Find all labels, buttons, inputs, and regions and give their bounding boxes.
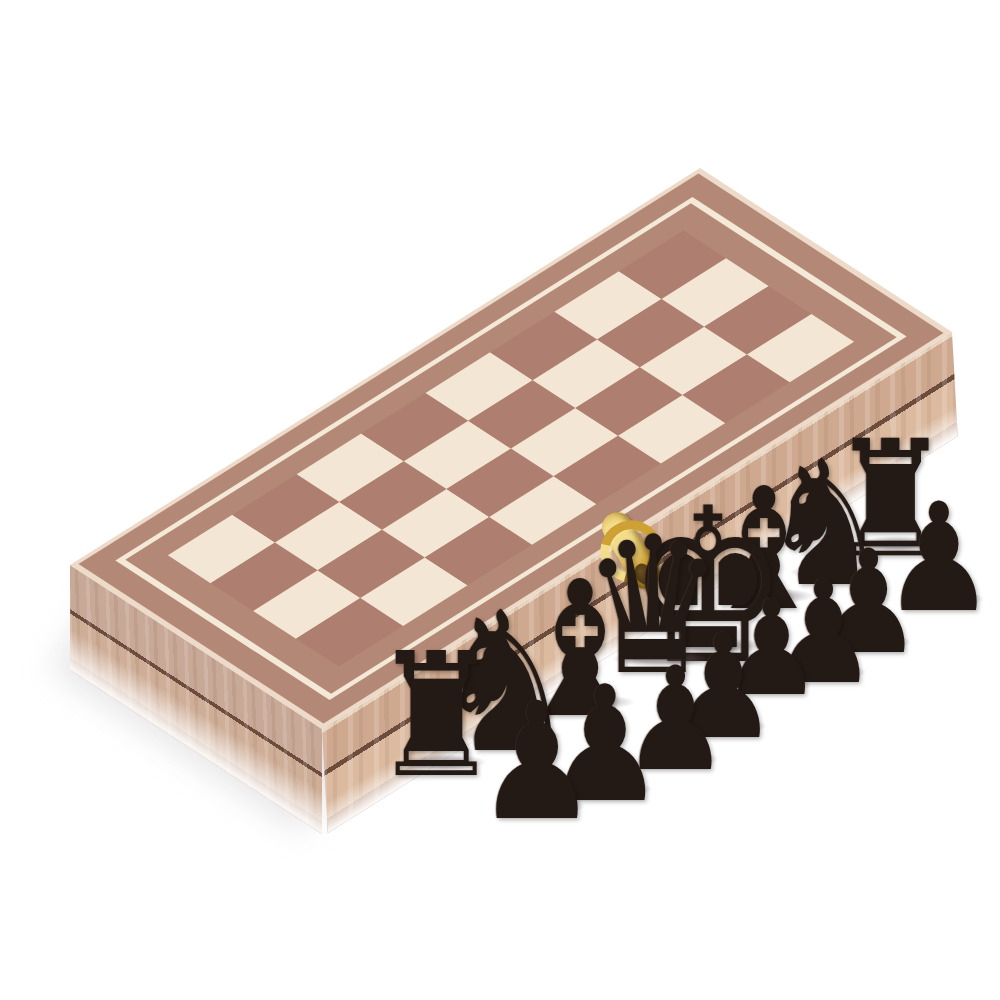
- chess-piece-pawn: ♟: [469, 681, 605, 843]
- product-photo-scene: ♜♞♝♟♟♚♛♟♟♝♟♞♟♜♟♟: [0, 0, 1000, 1000]
